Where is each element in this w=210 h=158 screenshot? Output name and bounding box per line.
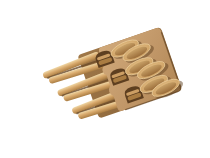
spoon-package xyxy=(40,26,186,135)
photo-canvas xyxy=(0,0,210,158)
product-image xyxy=(0,0,210,158)
